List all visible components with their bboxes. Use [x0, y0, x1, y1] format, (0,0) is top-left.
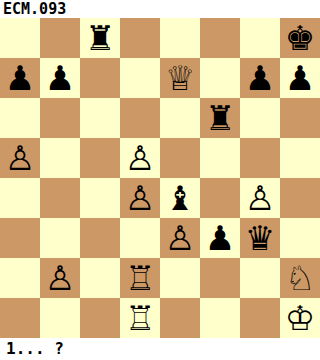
square-h8[interactable]: ♚ — [280, 18, 320, 58]
square-g2[interactable] — [240, 258, 280, 298]
square-g8[interactable] — [240, 18, 280, 58]
square-d2[interactable]: ♖ — [120, 258, 160, 298]
piece-white-pawn[interactable]: ♙ — [245, 178, 275, 218]
square-a1[interactable] — [0, 298, 40, 338]
square-a6[interactable] — [0, 98, 40, 138]
square-c5[interactable] — [80, 138, 120, 178]
square-a8[interactable] — [0, 18, 40, 58]
square-a3[interactable] — [0, 218, 40, 258]
puzzle-title: ECM.093 — [0, 0, 320, 18]
square-f8[interactable] — [200, 18, 240, 58]
piece-black-pawn[interactable]: ♟ — [245, 58, 275, 98]
piece-white-knight[interactable]: ♘ — [285, 258, 315, 298]
square-h3[interactable] — [280, 218, 320, 258]
piece-black-queen[interactable]: ♛ — [245, 218, 275, 258]
square-b8[interactable] — [40, 18, 80, 58]
square-d1[interactable]: ♖ — [120, 298, 160, 338]
square-a5[interactable]: ♙ — [0, 138, 40, 178]
piece-black-king[interactable]: ♚ — [285, 18, 315, 58]
square-b6[interactable] — [40, 98, 80, 138]
square-d5[interactable]: ♙ — [120, 138, 160, 178]
piece-white-pawn[interactable]: ♙ — [125, 138, 155, 178]
piece-black-pawn[interactable]: ♟ — [45, 58, 75, 98]
square-c2[interactable] — [80, 258, 120, 298]
square-b2[interactable]: ♙ — [40, 258, 80, 298]
piece-white-king[interactable]: ♔ — [285, 298, 315, 338]
square-c6[interactable] — [80, 98, 120, 138]
square-d4[interactable]: ♙ — [120, 178, 160, 218]
square-c8[interactable]: ♜ — [80, 18, 120, 58]
piece-black-pawn[interactable]: ♟ — [285, 58, 315, 98]
piece-black-pawn[interactable]: ♟ — [205, 218, 235, 258]
move-prompt: 1... ? — [0, 338, 320, 360]
piece-black-pawn[interactable]: ♟ — [5, 58, 35, 98]
square-e1[interactable] — [160, 298, 200, 338]
square-h6[interactable] — [280, 98, 320, 138]
square-a7[interactable]: ♟ — [0, 58, 40, 98]
piece-white-pawn[interactable]: ♙ — [5, 138, 35, 178]
piece-black-bishop[interactable]: ♝ — [165, 178, 195, 218]
square-b7[interactable]: ♟ — [40, 58, 80, 98]
piece-black-rook[interactable]: ♜ — [85, 18, 115, 58]
square-g6[interactable] — [240, 98, 280, 138]
square-e6[interactable] — [160, 98, 200, 138]
square-d7[interactable] — [120, 58, 160, 98]
square-b5[interactable] — [40, 138, 80, 178]
piece-white-pawn[interactable]: ♙ — [165, 218, 195, 258]
square-f5[interactable] — [200, 138, 240, 178]
square-d3[interactable] — [120, 218, 160, 258]
square-h1[interactable]: ♔ — [280, 298, 320, 338]
square-b3[interactable] — [40, 218, 80, 258]
square-h5[interactable] — [280, 138, 320, 178]
square-c7[interactable] — [80, 58, 120, 98]
square-c3[interactable] — [80, 218, 120, 258]
square-f3[interactable]: ♟ — [200, 218, 240, 258]
square-f6[interactable]: ♜ — [200, 98, 240, 138]
square-h2[interactable]: ♘ — [280, 258, 320, 298]
piece-white-rook[interactable]: ♖ — [125, 298, 155, 338]
square-g5[interactable] — [240, 138, 280, 178]
square-a2[interactable] — [0, 258, 40, 298]
piece-white-pawn[interactable]: ♙ — [125, 178, 155, 218]
square-f1[interactable] — [200, 298, 240, 338]
square-h7[interactable]: ♟ — [280, 58, 320, 98]
square-e7[interactable]: ♕ — [160, 58, 200, 98]
square-d8[interactable] — [120, 18, 160, 58]
square-h4[interactable] — [280, 178, 320, 218]
square-e4[interactable]: ♝ — [160, 178, 200, 218]
square-b1[interactable] — [40, 298, 80, 338]
square-g3[interactable]: ♛ — [240, 218, 280, 258]
square-f7[interactable] — [200, 58, 240, 98]
piece-white-rook[interactable]: ♖ — [125, 258, 155, 298]
piece-white-pawn[interactable]: ♙ — [45, 258, 75, 298]
square-e2[interactable] — [160, 258, 200, 298]
square-e3[interactable]: ♙ — [160, 218, 200, 258]
square-f2[interactable] — [200, 258, 240, 298]
square-c4[interactable] — [80, 178, 120, 218]
square-g4[interactable]: ♙ — [240, 178, 280, 218]
square-c1[interactable] — [80, 298, 120, 338]
square-e8[interactable] — [160, 18, 200, 58]
square-g1[interactable] — [240, 298, 280, 338]
square-e5[interactable] — [160, 138, 200, 178]
square-d6[interactable] — [120, 98, 160, 138]
square-g7[interactable]: ♟ — [240, 58, 280, 98]
square-a4[interactable] — [0, 178, 40, 218]
chess-board: ♜♚♟♟♕♟♟♜♙♙♙♝♙♙♟♛♙♖♘♖♔ — [0, 18, 320, 338]
square-b4[interactable] — [40, 178, 80, 218]
square-f4[interactable] — [200, 178, 240, 218]
piece-black-rook[interactable]: ♜ — [205, 98, 235, 138]
piece-white-queen[interactable]: ♕ — [165, 58, 195, 98]
